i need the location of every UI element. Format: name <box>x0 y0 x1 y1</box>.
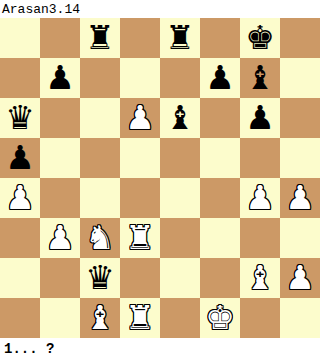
square-a2[interactable] <box>0 258 40 298</box>
white-king-piece[interactable]: ♚ <box>205 298 235 338</box>
black-rook-piece[interactable]: ♜ <box>85 18 115 58</box>
square-f3[interactable] <box>200 218 240 258</box>
square-c3[interactable]: ♞ <box>80 218 120 258</box>
square-d1[interactable]: ♜ <box>120 298 160 338</box>
square-a5[interactable]: ♟ <box>0 138 40 178</box>
square-c8[interactable]: ♜ <box>80 18 120 58</box>
square-a7[interactable] <box>0 58 40 98</box>
square-c7[interactable] <box>80 58 120 98</box>
square-h6[interactable] <box>280 98 320 138</box>
square-f4[interactable] <box>200 178 240 218</box>
square-f1[interactable]: ♚ <box>200 298 240 338</box>
square-c2[interactable]: ♛ <box>80 258 120 298</box>
square-g5[interactable] <box>240 138 280 178</box>
square-g4[interactable]: ♟ <box>240 178 280 218</box>
white-pawn-piece[interactable]: ♟ <box>285 258 315 298</box>
square-b3[interactable]: ♟ <box>40 218 80 258</box>
black-pawn-piece[interactable]: ♟ <box>245 98 275 138</box>
square-d8[interactable] <box>120 18 160 58</box>
square-a1[interactable] <box>0 298 40 338</box>
square-b8[interactable] <box>40 18 80 58</box>
square-b5[interactable] <box>40 138 80 178</box>
square-e1[interactable] <box>160 298 200 338</box>
square-f8[interactable] <box>200 18 240 58</box>
white-knight-piece[interactable]: ♞ <box>85 218 115 258</box>
window-title: Arasan3.14 <box>2 2 80 17</box>
square-h5[interactable] <box>280 138 320 178</box>
title-bar: Arasan3.14 <box>0 0 320 18</box>
black-pawn-piece[interactable]: ♟ <box>205 58 235 98</box>
square-f7[interactable]: ♟ <box>200 58 240 98</box>
black-queen-piece[interactable]: ♛ <box>85 258 115 298</box>
square-d6[interactable]: ♟ <box>120 98 160 138</box>
square-g1[interactable] <box>240 298 280 338</box>
black-pawn-piece[interactable]: ♟ <box>45 58 75 98</box>
square-a6[interactable]: ♛ <box>0 98 40 138</box>
black-king-piece[interactable]: ♚ <box>245 18 275 58</box>
black-pawn-piece[interactable]: ♟ <box>5 138 35 178</box>
square-e6[interactable]: ♝ <box>160 98 200 138</box>
square-c5[interactable] <box>80 138 120 178</box>
square-e7[interactable] <box>160 58 200 98</box>
white-bishop-piece[interactable]: ♝ <box>85 298 115 338</box>
move-prompt: 1... ? <box>4 341 54 357</box>
square-d7[interactable] <box>120 58 160 98</box>
square-a3[interactable] <box>0 218 40 258</box>
white-bishop-piece[interactable]: ♝ <box>245 258 275 298</box>
white-pawn-piece[interactable]: ♟ <box>245 178 275 218</box>
square-a8[interactable] <box>0 18 40 58</box>
square-e3[interactable] <box>160 218 200 258</box>
square-e4[interactable] <box>160 178 200 218</box>
square-h8[interactable] <box>280 18 320 58</box>
square-d4[interactable] <box>120 178 160 218</box>
square-c6[interactable] <box>80 98 120 138</box>
square-f5[interactable] <box>200 138 240 178</box>
square-g6[interactable]: ♟ <box>240 98 280 138</box>
black-rook-piece[interactable]: ♜ <box>165 18 195 58</box>
square-g8[interactable]: ♚ <box>240 18 280 58</box>
square-b1[interactable] <box>40 298 80 338</box>
white-rook-piece[interactable]: ♜ <box>125 298 155 338</box>
white-pawn-piece[interactable]: ♟ <box>125 98 155 138</box>
square-g3[interactable] <box>240 218 280 258</box>
black-bishop-piece[interactable]: ♝ <box>165 98 195 138</box>
square-h2[interactable]: ♟ <box>280 258 320 298</box>
square-b2[interactable] <box>40 258 80 298</box>
white-pawn-piece[interactable]: ♟ <box>285 178 315 218</box>
black-queen-piece[interactable]: ♛ <box>5 98 35 138</box>
white-pawn-piece[interactable]: ♟ <box>5 178 35 218</box>
square-a4[interactable]: ♟ <box>0 178 40 218</box>
square-h4[interactable]: ♟ <box>280 178 320 218</box>
black-bishop-piece[interactable]: ♝ <box>245 58 275 98</box>
status-bar: 1... ? <box>0 338 320 360</box>
square-d3[interactable]: ♜ <box>120 218 160 258</box>
square-c4[interactable] <box>80 178 120 218</box>
square-f6[interactable] <box>200 98 240 138</box>
square-b6[interactable] <box>40 98 80 138</box>
white-pawn-piece[interactable]: ♟ <box>45 218 75 258</box>
square-e8[interactable]: ♜ <box>160 18 200 58</box>
square-g7[interactable]: ♝ <box>240 58 280 98</box>
square-e2[interactable] <box>160 258 200 298</box>
chess-board[interactable]: ♜♜♚♟♟♝♛♟♝♟♟♟♟♟♟♞♜♛♝♟♝♜♚ <box>0 18 320 338</box>
square-g2[interactable]: ♝ <box>240 258 280 298</box>
square-h1[interactable] <box>280 298 320 338</box>
square-f2[interactable] <box>200 258 240 298</box>
square-b4[interactable] <box>40 178 80 218</box>
square-c1[interactable]: ♝ <box>80 298 120 338</box>
square-h7[interactable] <box>280 58 320 98</box>
white-rook-piece[interactable]: ♜ <box>125 218 155 258</box>
square-d5[interactable] <box>120 138 160 178</box>
arasan-window: Arasan3.14 ♜♜♚♟♟♝♛♟♝♟♟♟♟♟♟♞♜♛♝♟♝♜♚ 1... … <box>0 0 320 360</box>
square-d2[interactable] <box>120 258 160 298</box>
square-b7[interactable]: ♟ <box>40 58 80 98</box>
square-e5[interactable] <box>160 138 200 178</box>
square-h3[interactable] <box>280 218 320 258</box>
